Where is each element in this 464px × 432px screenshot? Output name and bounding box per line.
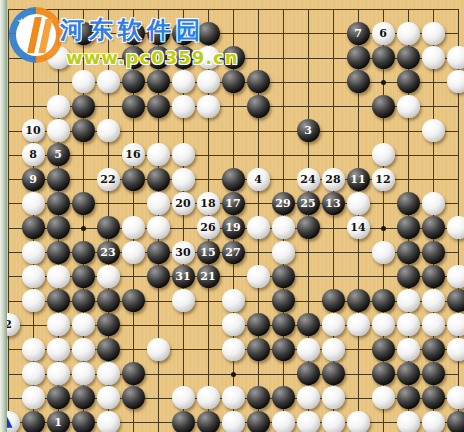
black-stone	[272, 386, 295, 409]
black-stone	[422, 338, 445, 361]
white-stone	[322, 411, 345, 432]
black-stone	[372, 46, 395, 69]
white-stone	[397, 95, 420, 118]
white-stone: 8	[22, 143, 45, 166]
black-stone	[147, 168, 170, 191]
black-stone	[322, 362, 345, 385]
watermark-logo: ★	[9, 7, 63, 63]
white-stone	[397, 22, 420, 45]
black-stone	[347, 289, 370, 312]
white-stone	[297, 338, 320, 361]
star-point	[381, 80, 386, 85]
move-number: 12	[375, 174, 390, 185]
white-stone	[322, 338, 345, 361]
black-stone	[97, 216, 120, 239]
star-point	[81, 226, 86, 231]
black-stone	[397, 216, 420, 239]
black-stone: 17	[222, 192, 245, 215]
white-stone	[47, 95, 70, 118]
white-stone: 16	[122, 143, 145, 166]
white-stone: 20	[172, 192, 195, 215]
move-number: 1	[54, 417, 62, 428]
black-stone	[247, 386, 270, 409]
white-stone	[47, 362, 70, 385]
white-stone	[397, 338, 420, 361]
white-stone	[147, 216, 170, 239]
white-stone	[172, 386, 195, 409]
black-stone: 3	[297, 119, 320, 142]
white-stone	[97, 119, 120, 142]
white-stone: 6	[372, 22, 395, 45]
white-stone	[172, 70, 195, 93]
white-stone	[272, 241, 295, 264]
black-stone	[272, 313, 295, 336]
white-stone	[222, 289, 245, 312]
black-stone	[147, 70, 170, 93]
black-stone: 15	[197, 241, 220, 264]
white-stone	[422, 289, 445, 312]
black-stone	[397, 70, 420, 93]
white-stone: 24	[297, 168, 320, 191]
white-stone	[47, 119, 70, 142]
black-stone	[197, 411, 220, 432]
move-number: 3	[304, 125, 312, 136]
black-stone	[247, 411, 270, 432]
grid-hline	[8, 9, 459, 10]
black-stone: 21	[197, 265, 220, 288]
white-stone	[47, 265, 70, 288]
black-stone	[397, 46, 420, 69]
star-point	[231, 372, 236, 377]
black-stone	[247, 338, 270, 361]
black-stone	[47, 289, 70, 312]
white-stone: 10	[22, 119, 45, 142]
black-stone	[422, 362, 445, 385]
black-stone: 29	[272, 192, 295, 215]
black-stone	[72, 95, 95, 118]
black-stone	[347, 70, 370, 93]
move-number: 22	[100, 174, 115, 185]
black-stone	[372, 362, 395, 385]
white-stone: 4	[247, 168, 270, 191]
black-stone: 9	[22, 168, 45, 191]
black-stone	[72, 289, 95, 312]
black-stone	[297, 362, 320, 385]
black-stone	[397, 241, 420, 264]
white-stone: 22	[97, 168, 120, 191]
white-stone	[197, 70, 220, 93]
white-stone	[122, 241, 145, 264]
white-stone	[222, 386, 245, 409]
move-number: 6	[379, 28, 387, 39]
white-stone	[397, 411, 420, 432]
white-stone	[97, 70, 120, 93]
white-stone	[397, 313, 420, 336]
white-stone	[347, 411, 370, 432]
white-stone	[422, 313, 445, 336]
move-number: 20	[175, 198, 190, 209]
black-stone	[122, 70, 145, 93]
white-stone	[222, 411, 245, 432]
black-stone	[72, 119, 95, 142]
black-stone	[222, 70, 245, 93]
black-stone	[97, 313, 120, 336]
white-stone	[422, 119, 445, 142]
black-stone: 7	[347, 22, 370, 45]
move-number: 14	[350, 222, 365, 233]
black-stone	[72, 411, 95, 432]
white-stone	[372, 143, 395, 166]
white-stone	[97, 362, 120, 385]
white-stone	[47, 313, 70, 336]
white-stone	[22, 338, 45, 361]
move-number: 30	[175, 247, 190, 258]
black-stone	[397, 192, 420, 215]
white-stone	[22, 265, 45, 288]
move-number: 10	[25, 125, 40, 136]
move-number: 7	[354, 28, 362, 39]
white-stone	[22, 192, 45, 215]
black-stone	[97, 289, 120, 312]
white-stone	[22, 362, 45, 385]
move-number: 21	[200, 271, 215, 282]
move-number: 16	[125, 149, 140, 160]
black-stone	[122, 95, 145, 118]
move-number: 28	[325, 174, 340, 185]
move-number: 13	[325, 198, 340, 209]
move-number: 5	[54, 149, 62, 160]
black-stone: 1	[47, 411, 70, 432]
black-stone	[347, 46, 370, 69]
move-number: 31	[175, 271, 190, 282]
black-stone	[222, 168, 245, 191]
white-stone	[422, 192, 445, 215]
black-stone	[122, 289, 145, 312]
white-stone	[97, 386, 120, 409]
move-number: 4	[254, 174, 262, 185]
black-stone	[372, 289, 395, 312]
white-stone	[347, 192, 370, 215]
white-stone	[347, 313, 370, 336]
black-stone: 13	[322, 192, 345, 215]
white-stone	[22, 386, 45, 409]
black-stone	[297, 216, 320, 239]
black-stone	[247, 95, 270, 118]
black-stone: 5	[47, 143, 70, 166]
black-stone	[272, 338, 295, 361]
black-stone	[297, 313, 320, 336]
black-stone	[247, 70, 270, 93]
white-stone	[147, 143, 170, 166]
white-stone	[222, 313, 245, 336]
black-stone	[72, 192, 95, 215]
black-stone	[47, 241, 70, 264]
white-stone	[422, 411, 445, 432]
white-stone	[197, 95, 220, 118]
black-stone	[47, 216, 70, 239]
black-stone	[422, 386, 445, 409]
black-stone	[47, 168, 70, 191]
move-number: 11	[350, 174, 365, 185]
black-stone	[172, 411, 195, 432]
white-stone	[22, 289, 45, 312]
white-stone	[172, 143, 195, 166]
black-stone	[272, 289, 295, 312]
watermark-site-url: www.pc0359.cn	[66, 47, 286, 68]
white-stone	[172, 168, 195, 191]
white-stone	[172, 289, 195, 312]
black-stone	[247, 313, 270, 336]
white-stone	[422, 22, 445, 45]
black-stone	[272, 265, 295, 288]
black-stone	[397, 265, 420, 288]
black-stone	[397, 362, 420, 385]
black-stone	[72, 386, 95, 409]
black-stone	[147, 95, 170, 118]
black-stone	[122, 168, 145, 191]
move-number: 29	[275, 198, 290, 209]
star-icon: ★	[17, 16, 26, 27]
black-stone	[372, 95, 395, 118]
black-stone	[422, 265, 445, 288]
white-stone	[147, 338, 170, 361]
move-number: 9	[29, 174, 37, 185]
white-stone	[372, 313, 395, 336]
white-stone	[72, 313, 95, 336]
move-number: 19	[225, 222, 240, 233]
white-stone	[222, 338, 245, 361]
white-stone	[97, 411, 120, 432]
white-stone	[297, 386, 320, 409]
grid-vline	[8, 9, 9, 432]
white-stone	[72, 362, 95, 385]
move-number: 25	[300, 198, 315, 209]
black-stone	[22, 411, 45, 432]
white-stone	[272, 411, 295, 432]
white-stone	[447, 338, 464, 361]
black-stone	[422, 241, 445, 264]
move-number: 15	[200, 247, 215, 258]
white-stone	[72, 338, 95, 361]
white-stone	[272, 216, 295, 239]
white-stone: 12	[372, 168, 395, 191]
white-stone: 26	[197, 216, 220, 239]
black-stone	[147, 265, 170, 288]
black-stone	[372, 338, 395, 361]
black-stone	[122, 386, 145, 409]
white-stone	[197, 386, 220, 409]
move-number: 8	[29, 149, 37, 160]
black-stone: 19	[222, 216, 245, 239]
white-stone	[247, 265, 270, 288]
white-stone: 28	[322, 168, 345, 191]
black-stone: 31	[172, 265, 195, 288]
black-stone	[97, 338, 120, 361]
watermark-site-name: 河东软件园	[60, 14, 320, 46]
white-stone	[47, 338, 70, 361]
white-stone	[72, 70, 95, 93]
move-number: 18	[200, 198, 215, 209]
white-stone	[372, 241, 395, 264]
move-number: 27	[225, 247, 240, 258]
white-stone	[147, 192, 170, 215]
star-point	[381, 226, 386, 231]
white-stone	[422, 46, 445, 69]
white-stone	[247, 216, 270, 239]
black-stone	[72, 265, 95, 288]
go-board-screenshot: 7610385169224242811122018172925132619142…	[0, 0, 464, 432]
black-stone: 23	[97, 241, 120, 264]
move-number: 26	[200, 222, 215, 233]
black-stone	[397, 386, 420, 409]
white-stone: 30	[172, 241, 195, 264]
black-stone	[47, 386, 70, 409]
white-stone	[297, 411, 320, 432]
white-stone	[372, 386, 395, 409]
white-stone	[122, 216, 145, 239]
black-stone	[72, 241, 95, 264]
move-number: 24	[300, 174, 315, 185]
window-left-edge	[0, 0, 7, 432]
black-stone	[147, 241, 170, 264]
white-stone	[322, 313, 345, 336]
black-stone: 11	[347, 168, 370, 191]
white-stone	[322, 386, 345, 409]
black-stone	[122, 362, 145, 385]
white-stone	[22, 241, 45, 264]
move-number: 17	[225, 198, 240, 209]
white-stone	[172, 95, 195, 118]
white-stone	[397, 289, 420, 312]
black-stone	[22, 216, 45, 239]
white-stone	[447, 265, 464, 288]
black-stone: 25	[297, 192, 320, 215]
move-number: 23	[100, 247, 115, 258]
black-stone	[422, 216, 445, 239]
black-stone	[47, 192, 70, 215]
black-stone	[322, 289, 345, 312]
black-stone	[447, 411, 464, 432]
white-stone: 14	[347, 216, 370, 239]
white-stone: 18	[197, 192, 220, 215]
white-stone	[97, 265, 120, 288]
black-stone: 27	[222, 241, 245, 264]
